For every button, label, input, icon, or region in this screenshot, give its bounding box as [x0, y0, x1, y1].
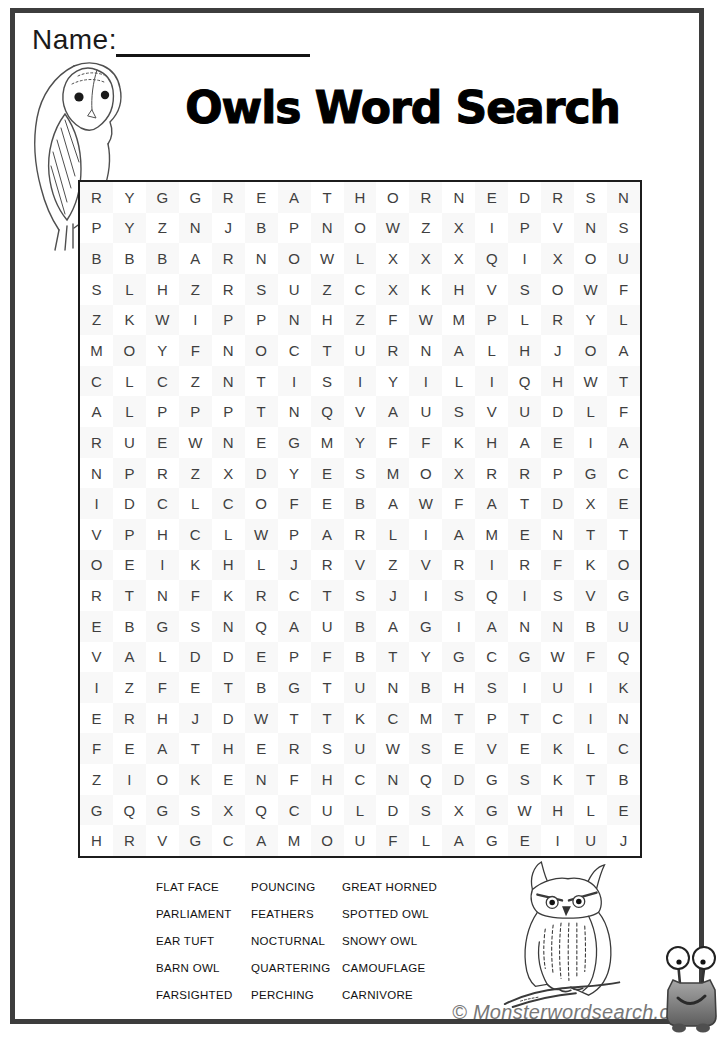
- grid-cell: H: [541, 795, 574, 826]
- grid-cell: H: [475, 427, 508, 458]
- grid-cell: C: [344, 274, 377, 305]
- grid-cell: T: [607, 519, 640, 550]
- grid-cell: X: [442, 458, 475, 489]
- grid-cell: C: [607, 458, 640, 489]
- grid-cell: S: [574, 182, 607, 213]
- grid-cell: B: [344, 611, 377, 642]
- grid-cell: S: [344, 458, 377, 489]
- grid-cell: W: [574, 366, 607, 397]
- grid-cell: C: [541, 703, 574, 734]
- grid-cell: F: [376, 305, 409, 336]
- grid-cell: S: [409, 733, 442, 764]
- grid-cell: C: [80, 366, 113, 397]
- grid-cell: L: [113, 274, 146, 305]
- grid-cell: Y: [344, 427, 377, 458]
- grid-cell: U: [607, 243, 640, 274]
- grid-cell: C: [146, 366, 179, 397]
- grid-cell: Y: [113, 182, 146, 213]
- grid-cell: T: [376, 642, 409, 673]
- grid-cell: O: [409, 458, 442, 489]
- grid-cell: V: [80, 642, 113, 673]
- grid-cell: M: [475, 519, 508, 550]
- grid-cell: Y: [146, 335, 179, 366]
- grid-cell: D: [541, 396, 574, 427]
- grid-cell: Q: [508, 366, 541, 397]
- grid-cell: U: [541, 672, 574, 703]
- grid-cell: A: [376, 488, 409, 519]
- grid-cell: N: [146, 580, 179, 611]
- grid-cell: N: [442, 182, 475, 213]
- grid-cell: E: [245, 733, 278, 764]
- grid-cell: C: [344, 764, 377, 795]
- grid-cell: G: [607, 580, 640, 611]
- word-list-item: NOCTURNAL: [251, 935, 330, 947]
- grid-cell: L: [442, 366, 475, 397]
- grid-cell: I: [80, 672, 113, 703]
- grid-cell: J: [278, 550, 311, 581]
- grid-cell: V: [409, 550, 442, 581]
- grid-cell: R: [113, 825, 146, 856]
- grid-cell: O: [344, 213, 377, 244]
- grid-cell: F: [80, 733, 113, 764]
- grid-cell: A: [80, 396, 113, 427]
- grid-cell: D: [508, 182, 541, 213]
- grid-cell: V: [475, 733, 508, 764]
- grid-cell: X: [442, 243, 475, 274]
- word-list-item: CAMOUFLAGE: [342, 962, 437, 974]
- grid-cell: P: [113, 458, 146, 489]
- grid-cell: C: [278, 795, 311, 826]
- grid-cell: E: [508, 519, 541, 550]
- grid-cell: X: [212, 458, 245, 489]
- grid-cell: D: [376, 795, 409, 826]
- grid-cell: W: [245, 703, 278, 734]
- word-list-item: PERCHING: [251, 989, 330, 1001]
- grid-cell: L: [344, 795, 377, 826]
- word-list-column-1: FLAT FACEPARLIAMENTEAR TUFTBARN OWLFARSI…: [156, 881, 232, 1001]
- grid-cell: K: [409, 274, 442, 305]
- grid-cell: I: [475, 213, 508, 244]
- grid-cell: G: [508, 642, 541, 673]
- grid-cell: P: [475, 305, 508, 336]
- grid-cell: R: [212, 182, 245, 213]
- grid-cell: H: [212, 733, 245, 764]
- grid-cell: R: [311, 550, 344, 581]
- grid-cell: X: [212, 795, 245, 826]
- grid-cell: S: [245, 274, 278, 305]
- grid-cell: G: [278, 427, 311, 458]
- word-grid: RYGGREATHORNEDRSNPYZNJBPNOWZXIPVNSBBBARN…: [78, 180, 642, 858]
- word-list-column-2: POUNCINGFEATHERSNOCTURNALQUARTERINGPERCH…: [251, 881, 330, 1001]
- grid-cell: N: [311, 213, 344, 244]
- grid-cell: C: [376, 703, 409, 734]
- grid-cell: K: [344, 703, 377, 734]
- grid-cell: S: [409, 795, 442, 826]
- grid-cell: F: [179, 580, 212, 611]
- grid-cell: E: [541, 427, 574, 458]
- grid-cell: G: [442, 642, 475, 673]
- grid-cell: Q: [245, 795, 278, 826]
- grid-cell: G: [80, 795, 113, 826]
- word-list-item: PARLIAMENT: [156, 908, 232, 920]
- grid-cell: R: [245, 580, 278, 611]
- grid-cell: N: [541, 611, 574, 642]
- page-title: Owls Word Search: [150, 82, 655, 133]
- grid-cell: P: [245, 305, 278, 336]
- grid-cell: T: [508, 703, 541, 734]
- grid-cell: N: [376, 764, 409, 795]
- grid-cell: Z: [179, 274, 212, 305]
- grid-cell: U: [508, 396, 541, 427]
- word-list-item: CARNIVORE: [342, 989, 437, 1001]
- grid-cell: R: [278, 733, 311, 764]
- grid-cell: B: [80, 243, 113, 274]
- grid-cell: A: [442, 335, 475, 366]
- grid-cell: G: [475, 825, 508, 856]
- grid-cell: M: [442, 305, 475, 336]
- grid-cell: B: [344, 642, 377, 673]
- grid-cell: B: [574, 611, 607, 642]
- grid-cell: S: [344, 580, 377, 611]
- grid-cell: N: [212, 366, 245, 397]
- grid-cell: Z: [80, 305, 113, 336]
- grid-cell: Z: [80, 764, 113, 795]
- grid-cell: S: [508, 764, 541, 795]
- grid-cell: S: [80, 274, 113, 305]
- grid-cell: K: [607, 672, 640, 703]
- grid-cell: I: [508, 672, 541, 703]
- grid-cell: L: [179, 488, 212, 519]
- grid-cell: B: [245, 672, 278, 703]
- grid-cell: M: [80, 335, 113, 366]
- grid-cell: I: [508, 580, 541, 611]
- grid-cell: F: [607, 274, 640, 305]
- grid-cell: X: [376, 243, 409, 274]
- grid-cell: P: [475, 703, 508, 734]
- grid-cell: L: [574, 396, 607, 427]
- grid-cell: E: [146, 427, 179, 458]
- grid-cell: K: [179, 550, 212, 581]
- grid-cell: F: [607, 396, 640, 427]
- grid-cell: R: [508, 458, 541, 489]
- grid-cell: A: [278, 611, 311, 642]
- grid-cell: P: [146, 396, 179, 427]
- grid-cell: A: [245, 825, 278, 856]
- grid-cell: A: [278, 182, 311, 213]
- grid-cell: G: [146, 611, 179, 642]
- grid-cell: Z: [344, 305, 377, 336]
- grid-cell: Q: [245, 611, 278, 642]
- grid-cell: H: [212, 550, 245, 581]
- grid-cell: I: [409, 519, 442, 550]
- grid-cell: O: [278, 243, 311, 274]
- grid-cell: Y: [376, 366, 409, 397]
- grid-cell: D: [212, 703, 245, 734]
- grid-cell: H: [146, 274, 179, 305]
- grid-cell: P: [212, 305, 245, 336]
- grid-cell: O: [113, 335, 146, 366]
- grid-cell: L: [212, 519, 245, 550]
- grid-cell: Y: [574, 305, 607, 336]
- grid-cell: U: [344, 733, 377, 764]
- grid-cell: X: [376, 274, 409, 305]
- grid-cell: I: [278, 366, 311, 397]
- grid-cell: L: [409, 825, 442, 856]
- grid-cell: R: [442, 550, 475, 581]
- grid-cell: K: [574, 550, 607, 581]
- grid-cell: C: [179, 519, 212, 550]
- grid-cell: E: [508, 825, 541, 856]
- grid-cell: K: [212, 580, 245, 611]
- grid-cell: E: [508, 733, 541, 764]
- grid-cell: N: [508, 611, 541, 642]
- grid-cell: Y: [278, 458, 311, 489]
- grid-cell: L: [607, 305, 640, 336]
- grid-cell: P: [278, 213, 311, 244]
- word-list-item: QUARTERING: [251, 962, 330, 974]
- grid-cell: F: [376, 427, 409, 458]
- grid-cell: X: [409, 243, 442, 274]
- word-list-item: POUNCING: [251, 881, 330, 893]
- grid-cell: C: [146, 488, 179, 519]
- grid-cell: V: [574, 580, 607, 611]
- grid-cell: U: [344, 335, 377, 366]
- grid-cell: G: [278, 672, 311, 703]
- grid-cell: Q: [113, 795, 146, 826]
- grid-cell: R: [475, 458, 508, 489]
- grid-cell: E: [80, 611, 113, 642]
- grid-cell: I: [574, 427, 607, 458]
- grid-cell: L: [245, 550, 278, 581]
- great-horned-owl-illustration: [500, 860, 630, 1008]
- grid-cell: C: [278, 335, 311, 366]
- grid-cell: Q: [607, 642, 640, 673]
- grid-cell: T: [607, 366, 640, 397]
- grid-cell: R: [146, 458, 179, 489]
- grid-cell: F: [409, 427, 442, 458]
- grid-cell: Y: [409, 642, 442, 673]
- grid-cell: M: [409, 703, 442, 734]
- grid-cell: P: [541, 458, 574, 489]
- grid-cell: S: [475, 672, 508, 703]
- grid-cell: Q: [409, 764, 442, 795]
- grid-cell: N: [278, 396, 311, 427]
- grid-cell: E: [245, 642, 278, 673]
- grid-cell: N: [376, 672, 409, 703]
- grid-cell: B: [409, 672, 442, 703]
- grid-cell: C: [212, 488, 245, 519]
- grid-cell: V: [80, 519, 113, 550]
- grid-cell: L: [344, 243, 377, 274]
- grid-cell: R: [409, 182, 442, 213]
- grid-cell: Z: [179, 458, 212, 489]
- grid-cell: N: [212, 427, 245, 458]
- grid-cell: U: [344, 825, 377, 856]
- grid-cell: D: [113, 488, 146, 519]
- copyright-text: © Monsterwordsearch.com: [452, 1001, 698, 1024]
- grid-cell: T: [245, 366, 278, 397]
- grid-cell: P: [80, 213, 113, 244]
- grid-cell: Q: [475, 243, 508, 274]
- grid-cell: T: [442, 703, 475, 734]
- grid-cell: R: [80, 182, 113, 213]
- grid-cell: X: [574, 488, 607, 519]
- grid-cell: V: [541, 213, 574, 244]
- grid-cell: G: [409, 611, 442, 642]
- grid-cell: A: [179, 243, 212, 274]
- monster-mascot-icon: [663, 944, 720, 1036]
- grid-cell: I: [574, 703, 607, 734]
- grid-cell: L: [574, 733, 607, 764]
- grid-cell: K: [179, 764, 212, 795]
- grid-cell: F: [278, 488, 311, 519]
- grid-cell: T: [311, 335, 344, 366]
- grid-cell: P: [508, 213, 541, 244]
- grid-cell: R: [541, 182, 574, 213]
- grid-cell: X: [442, 795, 475, 826]
- grid-cell: X: [541, 243, 574, 274]
- grid-cell: J: [541, 335, 574, 366]
- grid-cell: R: [376, 335, 409, 366]
- grid-cell: W: [574, 274, 607, 305]
- grid-cell: I: [80, 488, 113, 519]
- grid-cell: E: [475, 182, 508, 213]
- grid-cell: Z: [146, 213, 179, 244]
- grid-cell: R: [113, 703, 146, 734]
- grid-cell: E: [113, 733, 146, 764]
- grid-cell: G: [179, 825, 212, 856]
- grid-cell: I: [409, 366, 442, 397]
- grid-cell: N: [541, 519, 574, 550]
- grid-cell: H: [146, 519, 179, 550]
- grid-cell: W: [409, 305, 442, 336]
- grid-cell: W: [541, 642, 574, 673]
- grid-cell: R: [212, 274, 245, 305]
- grid-cell: S: [179, 795, 212, 826]
- word-list-item: FARSIGHTED: [156, 989, 232, 1001]
- word-list-item: GREAT HORNED: [342, 881, 437, 893]
- grid-cell: S: [508, 274, 541, 305]
- grid-cell: U: [311, 611, 344, 642]
- grid-cell: S: [442, 396, 475, 427]
- grid-cell: E: [607, 795, 640, 826]
- grid-cell: P: [278, 642, 311, 673]
- grid-cell: B: [344, 488, 377, 519]
- grid-cell: U: [278, 274, 311, 305]
- grid-cell: P: [212, 396, 245, 427]
- grid-cell: K: [113, 305, 146, 336]
- grid-cell: S: [442, 580, 475, 611]
- grid-cell: A: [146, 733, 179, 764]
- grid-cell: O: [311, 825, 344, 856]
- grid-cell: T: [311, 580, 344, 611]
- grid-cell: K: [541, 764, 574, 795]
- grid-cell: J: [607, 825, 640, 856]
- grid-cell: W: [245, 519, 278, 550]
- grid-cell: L: [475, 335, 508, 366]
- grid-cell: N: [245, 243, 278, 274]
- grid-cell: I: [442, 611, 475, 642]
- grid-cell: A: [311, 519, 344, 550]
- grid-cell: J: [179, 703, 212, 734]
- grid-cell: H: [146, 703, 179, 734]
- grid-cell: G: [179, 182, 212, 213]
- grid-cell: W: [179, 427, 212, 458]
- grid-cell: B: [113, 243, 146, 274]
- grid-cell: C: [278, 580, 311, 611]
- grid-cell: N: [607, 182, 640, 213]
- grid-cell: Z: [179, 366, 212, 397]
- grid-cell: P: [113, 519, 146, 550]
- word-list-item: FEATHERS: [251, 908, 330, 920]
- grid-cell: I: [146, 550, 179, 581]
- grid-cell: Q: [311, 396, 344, 427]
- grid-cell: L: [146, 642, 179, 673]
- grid-cell: I: [475, 550, 508, 581]
- grid-cell: U: [607, 611, 640, 642]
- grid-cell: D: [442, 764, 475, 795]
- word-list-item: FLAT FACE: [156, 881, 232, 893]
- grid-cell: A: [376, 611, 409, 642]
- grid-cell: H: [442, 672, 475, 703]
- grid-cell: O: [245, 488, 278, 519]
- grid-cell: P: [278, 519, 311, 550]
- grid-cell: D: [245, 458, 278, 489]
- grid-cell: H: [80, 825, 113, 856]
- grid-cell: R: [212, 243, 245, 274]
- grid-cell: P: [179, 396, 212, 427]
- grid-cell: F: [574, 642, 607, 673]
- grid-cell: H: [311, 764, 344, 795]
- grid-cell: I: [475, 366, 508, 397]
- grid-cell: R: [80, 580, 113, 611]
- grid-cell: J: [212, 213, 245, 244]
- grid-cell: H: [508, 335, 541, 366]
- grid-cell: O: [574, 243, 607, 274]
- grid-cell: U: [311, 795, 344, 826]
- word-list-item: SNOWY OWL: [342, 935, 437, 947]
- grid-cell: O: [146, 764, 179, 795]
- grid-cell: H: [311, 305, 344, 336]
- grid-cell: F: [278, 764, 311, 795]
- grid-cell: L: [574, 795, 607, 826]
- grid-cell: S: [311, 733, 344, 764]
- grid-cell: D: [541, 488, 574, 519]
- grid-cell: F: [146, 672, 179, 703]
- grid-cell: O: [245, 335, 278, 366]
- grid-cell: E: [311, 458, 344, 489]
- grid-cell: U: [409, 396, 442, 427]
- grid-cell: C: [607, 733, 640, 764]
- grid-cell: G: [146, 182, 179, 213]
- grid-cell: W: [508, 795, 541, 826]
- grid-cell: I: [574, 672, 607, 703]
- grid-cell: T: [311, 672, 344, 703]
- grid-cell: A: [508, 427, 541, 458]
- grid-cell: M: [376, 458, 409, 489]
- grid-cell: T: [212, 672, 245, 703]
- grid-cell: S: [541, 580, 574, 611]
- grid-cell: T: [574, 764, 607, 795]
- grid-cell: B: [146, 243, 179, 274]
- grid-cell: W: [376, 733, 409, 764]
- grid-cell: O: [541, 274, 574, 305]
- grid-cell: Z: [311, 274, 344, 305]
- grid-cell: S: [311, 366, 344, 397]
- grid-cell: F: [311, 642, 344, 673]
- grid-cell: A: [442, 825, 475, 856]
- grid-cell: T: [311, 703, 344, 734]
